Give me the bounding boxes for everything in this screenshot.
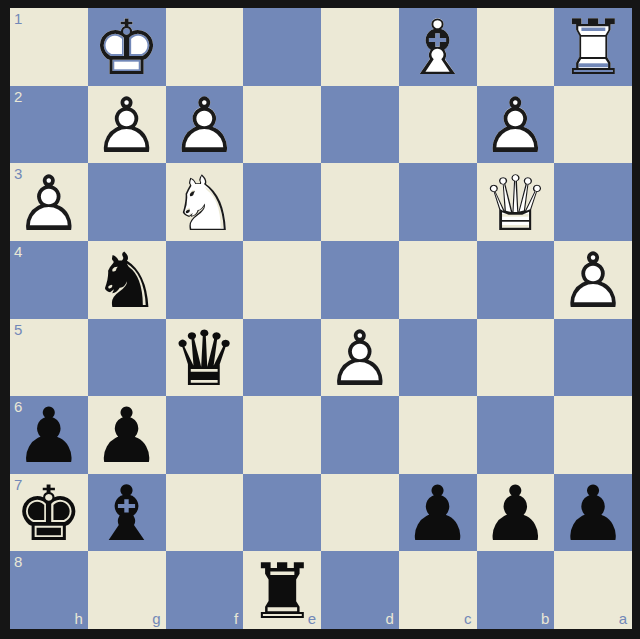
square-f3[interactable]: ♞♘ (166, 163, 244, 241)
square-e4[interactable] (243, 241, 321, 319)
square-a1[interactable]: ♜♖ (554, 8, 632, 86)
file-label-a: a (619, 611, 627, 626)
square-h7[interactable]: 7♚ (10, 474, 88, 552)
square-g7[interactable]: ♝ (88, 474, 166, 552)
white-pawn-icon: ♙ (321, 320, 399, 398)
file-label-f: f (234, 611, 238, 626)
white-king[interactable]: ♚♔ (88, 8, 166, 86)
rank-label-5: 5 (14, 322, 22, 337)
square-b3[interactable]: ♛♕ (477, 163, 555, 241)
square-c5[interactable] (399, 319, 477, 397)
black-pawn[interactable]: ♟ (399, 474, 477, 552)
black-pawn-icon: ♟ (399, 475, 477, 553)
square-c6[interactable] (399, 396, 477, 474)
white-pawn[interactable]: ♟♙ (477, 86, 555, 164)
square-h5[interactable]: 5 (10, 319, 88, 397)
square-g2[interactable]: ♟♙ (88, 86, 166, 164)
black-knight-icon: ♞ (88, 242, 166, 320)
square-e7[interactable] (243, 474, 321, 552)
square-e2[interactable] (243, 86, 321, 164)
square-f2[interactable]: ♟♙ (166, 86, 244, 164)
square-d8[interactable]: d (321, 551, 399, 629)
square-b7[interactable]: ♟ (477, 474, 555, 552)
square-f8[interactable]: f (166, 551, 244, 629)
square-b2[interactable]: ♟♙ (477, 86, 555, 164)
square-h4[interactable]: 4 (10, 241, 88, 319)
rank-label-2: 2 (14, 89, 22, 104)
square-g1[interactable]: ♚♔ (88, 8, 166, 86)
square-f4[interactable] (166, 241, 244, 319)
white-pawn-icon: ♙ (554, 242, 632, 320)
square-e8[interactable]: e♜ (243, 551, 321, 629)
white-pawn[interactable]: ♟♙ (166, 86, 244, 164)
black-rook-icon: ♜ (243, 552, 321, 630)
square-d3[interactable] (321, 163, 399, 241)
white-pawn[interactable]: ♟♙ (321, 319, 399, 397)
black-pawn[interactable]: ♟ (554, 474, 632, 552)
square-a5[interactable] (554, 319, 632, 397)
black-king[interactable]: ♚ (10, 474, 88, 552)
square-b1[interactable] (477, 8, 555, 86)
square-g5[interactable] (88, 319, 166, 397)
black-pawn-icon: ♟ (88, 397, 166, 475)
black-rook[interactable]: ♜ (243, 551, 321, 629)
square-b8[interactable]: b (477, 551, 555, 629)
black-knight[interactable]: ♞ (88, 241, 166, 319)
square-a8[interactable]: a (554, 551, 632, 629)
white-pawn[interactable]: ♟♙ (554, 241, 632, 319)
white-pawn[interactable]: ♟♙ (88, 86, 166, 164)
square-d2[interactable] (321, 86, 399, 164)
square-d5[interactable]: ♟♙ (321, 319, 399, 397)
square-h6[interactable]: 6♟ (10, 396, 88, 474)
file-label-h: h (74, 611, 82, 626)
square-a2[interactable] (554, 86, 632, 164)
square-c8[interactable]: c (399, 551, 477, 629)
square-b4[interactable] (477, 241, 555, 319)
square-f7[interactable] (166, 474, 244, 552)
square-a6[interactable] (554, 396, 632, 474)
square-h8[interactable]: 8h (10, 551, 88, 629)
square-c1[interactable]: ♝♗ (399, 8, 477, 86)
rank-label-4: 4 (14, 244, 22, 259)
white-pawn-icon: ♙ (10, 164, 88, 242)
white-bishop[interactable]: ♝♗ (399, 8, 477, 86)
square-d4[interactable] (321, 241, 399, 319)
square-g4[interactable]: ♞ (88, 241, 166, 319)
square-f6[interactable] (166, 396, 244, 474)
square-b5[interactable] (477, 319, 555, 397)
file-label-d: d (385, 611, 393, 626)
square-e3[interactable] (243, 163, 321, 241)
square-a7[interactable]: ♟ (554, 474, 632, 552)
square-a4[interactable]: ♟♙ (554, 241, 632, 319)
square-h3[interactable]: 3♟♙ (10, 163, 88, 241)
white-pawn-icon: ♙ (88, 87, 166, 165)
square-g8[interactable]: g (88, 551, 166, 629)
rank-label-8: 8 (14, 554, 22, 569)
black-pawn-icon: ♟ (10, 397, 88, 475)
square-h2[interactable]: 2 (10, 86, 88, 164)
square-d7[interactable] (321, 474, 399, 552)
white-pawn-icon: ♙ (477, 87, 555, 165)
square-g6[interactable]: ♟ (88, 396, 166, 474)
board-frame: 1♚♔♝♗♜♖2♟♙♟♙♟♙3♟♙♞♘♛♕4♞♟♙5♛♟♙6♟♟7♚♝♟♟♟8h… (0, 0, 640, 639)
square-b6[interactable] (477, 396, 555, 474)
square-f5[interactable]: ♛ (166, 319, 244, 397)
file-label-b: b (541, 611, 549, 626)
white-king-icon: ♔ (88, 9, 166, 87)
black-pawn-icon: ♟ (477, 475, 555, 553)
black-queen-icon: ♛ (166, 320, 244, 398)
square-e6[interactable] (243, 396, 321, 474)
black-king-icon: ♚ (10, 475, 88, 553)
black-pawn[interactable]: ♟ (88, 396, 166, 474)
black-pawn-icon: ♟ (554, 475, 632, 553)
black-bishop[interactable]: ♝ (88, 474, 166, 552)
square-a3[interactable] (554, 163, 632, 241)
rank-label-1: 1 (14, 11, 22, 26)
white-rook[interactable]: ♜♖ (554, 8, 632, 86)
black-pawn[interactable]: ♟ (10, 396, 88, 474)
file-label-c: c (464, 611, 472, 626)
black-queen[interactable]: ♛ (166, 319, 244, 397)
white-rook-icon: ♖ (554, 9, 632, 87)
square-c2[interactable] (399, 86, 477, 164)
square-d1[interactable] (321, 8, 399, 86)
white-knight[interactable]: ♞♘ (166, 163, 244, 241)
black-bishop-icon: ♝ (88, 475, 166, 553)
chess-board: 1♚♔♝♗♜♖2♟♙♟♙♟♙3♟♙♞♘♛♕4♞♟♙5♛♟♙6♟♟7♚♝♟♟♟8h… (10, 8, 632, 629)
white-knight-icon: ♘ (166, 164, 244, 242)
square-f1[interactable] (166, 8, 244, 86)
white-queen-icon: ♕ (477, 164, 555, 242)
white-pawn[interactable]: ♟♙ (10, 163, 88, 241)
square-e5[interactable] (243, 319, 321, 397)
white-bishop-icon: ♗ (399, 9, 477, 87)
square-c3[interactable] (399, 163, 477, 241)
white-queen[interactable]: ♛♕ (477, 163, 555, 241)
square-c7[interactable]: ♟ (399, 474, 477, 552)
file-label-g: g (152, 611, 160, 626)
square-e1[interactable] (243, 8, 321, 86)
black-pawn[interactable]: ♟ (477, 474, 555, 552)
square-g3[interactable] (88, 163, 166, 241)
square-c4[interactable] (399, 241, 477, 319)
square-d6[interactable] (321, 396, 399, 474)
square-h1[interactable]: 1 (10, 8, 88, 86)
white-pawn-icon: ♙ (166, 87, 244, 165)
